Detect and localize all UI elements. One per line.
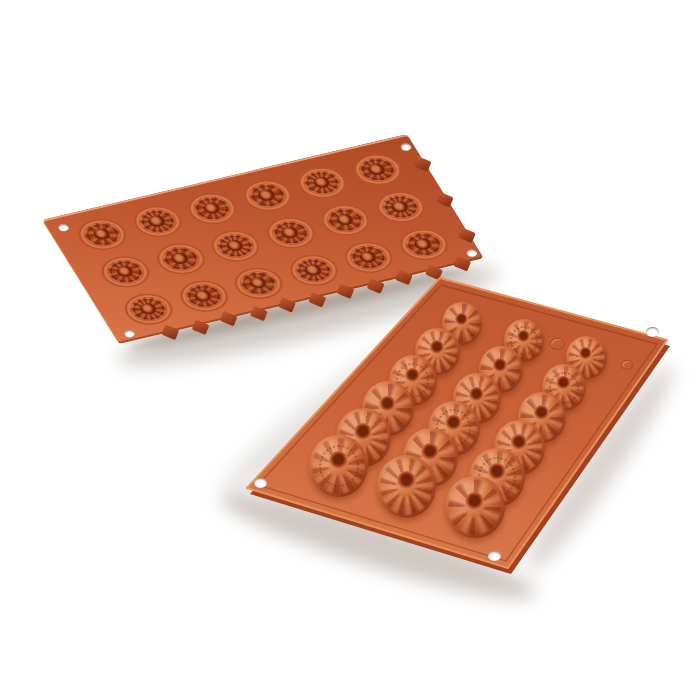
- bump-crater: [379, 396, 396, 412]
- bump-crater: [493, 358, 507, 372]
- bundt-bump: [445, 476, 504, 539]
- hanging-hole: [646, 327, 659, 337]
- bump-chevron-band: [319, 445, 359, 488]
- bump-crater: [534, 405, 549, 420]
- bump-crater: [465, 492, 484, 511]
- bump-crater: [511, 434, 528, 450]
- bump-crater: [579, 347, 592, 360]
- hanging-hole: [254, 478, 267, 488]
- embossed-logo-mark: [621, 360, 633, 370]
- bump-crater: [469, 387, 484, 402]
- bump-crater: [354, 423, 372, 441]
- silicone-mold-bump-side: [0, 0, 700, 700]
- bundt-bump: [377, 455, 436, 518]
- bump-crater: [455, 313, 468, 326]
- bump-crater: [421, 443, 439, 461]
- product-photo-stage: [0, 0, 700, 700]
- hanging-hole: [488, 551, 501, 561]
- bump-crater: [430, 340, 444, 354]
- bump-crater: [397, 471, 416, 490]
